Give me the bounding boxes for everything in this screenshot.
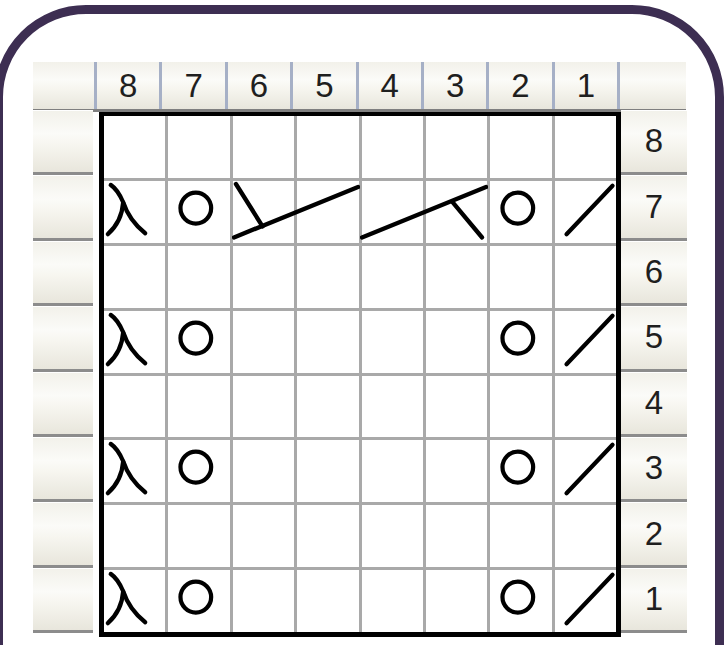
chart-cell-r3c5[interactable] <box>297 440 358 502</box>
chart-cell-r7c2[interactable] <box>490 181 551 243</box>
chart-cell-r3c6[interactable] <box>233 440 294 502</box>
column-header-4[interactable]: 4 <box>356 62 421 109</box>
yo-symbol <box>490 311 551 373</box>
chart-cell-r7c7[interactable] <box>168 181 229 243</box>
chart-cell-r1c7[interactable] <box>168 570 229 632</box>
column-header-1[interactable]: 1 <box>552 62 617 109</box>
chart-cell-r4c4[interactable] <box>362 376 423 438</box>
chart-cell-r2c1[interactable] <box>555 505 616 567</box>
chart-cell-r8c2[interactable] <box>490 116 551 178</box>
k2tog-symbol <box>555 440 616 502</box>
chart-cell-r3c7[interactable] <box>168 440 229 502</box>
chart-cell-r5c1[interactable] <box>555 311 616 373</box>
sk2p-symbol <box>104 440 165 502</box>
chart-cell-r8c7[interactable] <box>168 116 229 178</box>
sk2p-symbol <box>104 181 165 243</box>
right-twist-symbol[interactable] <box>232 181 360 246</box>
column-header-2[interactable]: 2 <box>486 62 551 109</box>
row-stub-1[interactable] <box>33 568 93 633</box>
column-header-5[interactable]: 5 <box>290 62 355 109</box>
column-header-6[interactable]: 6 <box>225 62 290 109</box>
row-header-4[interactable]: 4 <box>621 372 687 437</box>
k2tog-symbol <box>555 311 616 373</box>
chart-cell-r6c2[interactable] <box>490 246 551 308</box>
row-stub-2[interactable] <box>33 502 93 567</box>
row-header-6[interactable]: 6 <box>621 241 687 306</box>
chart-cell-r4c3[interactable] <box>426 376 487 438</box>
left-twist-symbol[interactable] <box>360 181 488 246</box>
chart-cell-r2c5[interactable] <box>297 505 358 567</box>
column-header-7[interactable]: 7 <box>159 62 224 109</box>
chart-cell-r4c5[interactable] <box>297 376 358 438</box>
chart-cell-r7c1[interactable] <box>555 181 616 243</box>
chart-cell-r1c4[interactable] <box>362 570 423 632</box>
chart-cell-r2c6[interactable] <box>233 505 294 567</box>
k2tog-symbol <box>555 570 616 632</box>
yo-symbol <box>490 440 551 502</box>
chart-cell-r2c4[interactable] <box>362 505 423 567</box>
chart-cell-r4c2[interactable] <box>490 376 551 438</box>
row-header-5[interactable]: 5 <box>621 306 687 371</box>
yo-symbol <box>168 181 229 243</box>
chart-cell-r5c3[interactable] <box>426 311 487 373</box>
row-stub-4[interactable] <box>33 372 93 437</box>
chart-cell-r6c1[interactable] <box>555 246 616 308</box>
chart-cell-r7c8[interactable] <box>104 181 165 243</box>
chart-cell-r5c5[interactable] <box>297 311 358 373</box>
chart-cell-r1c8[interactable] <box>104 570 165 632</box>
row-header-2[interactable]: 2 <box>621 502 687 567</box>
chart-cell-r4c1[interactable] <box>555 376 616 438</box>
chart-cell-r4c7[interactable] <box>168 376 229 438</box>
chart-cell-r8c5[interactable] <box>297 116 358 178</box>
chart-cell-r6c4[interactable] <box>362 246 423 308</box>
chart-cell-r6c6[interactable] <box>233 246 294 308</box>
k2tog-symbol <box>555 181 616 243</box>
row-header-8[interactable]: 8 <box>621 110 687 175</box>
row-stub-8[interactable] <box>33 110 93 175</box>
column-header-left-stub[interactable] <box>33 62 94 109</box>
chart-cell-r1c6[interactable] <box>233 570 294 632</box>
chart-cell-r8c3[interactable] <box>426 116 487 178</box>
chart-cell-r3c3[interactable] <box>426 440 487 502</box>
column-header-8[interactable]: 8 <box>94 62 159 109</box>
yo-symbol <box>168 570 229 632</box>
row-number-column: 87654321 <box>621 110 687 633</box>
row-header-1[interactable]: 1 <box>621 568 687 633</box>
sk2p-symbol <box>104 570 165 632</box>
chart-cell-r8c1[interactable] <box>555 116 616 178</box>
chart-cell-r1c3[interactable] <box>426 570 487 632</box>
chart-cell-r5c2[interactable] <box>490 311 551 373</box>
chart-cell-r4c8[interactable] <box>104 376 165 438</box>
chart-cell-r3c1[interactable] <box>555 440 616 502</box>
column-header-right-stub[interactable] <box>617 62 686 109</box>
chart-cell-r1c2[interactable] <box>490 570 551 632</box>
chart-cell-r8c8[interactable] <box>104 116 165 178</box>
chart-cell-r2c3[interactable] <box>426 505 487 567</box>
chart-cell-r3c2[interactable] <box>490 440 551 502</box>
yo-symbol <box>168 440 229 502</box>
left-row-stub-column <box>33 110 93 633</box>
chart-cell-r6c5[interactable] <box>297 246 358 308</box>
chart-cell-r5c6[interactable] <box>233 311 294 373</box>
chart-cell-r8c6[interactable] <box>233 116 294 178</box>
chart-cell-r2c8[interactable] <box>104 505 165 567</box>
chart-cell-r6c7[interactable] <box>168 246 229 308</box>
chart-cell-r3c8[interactable] <box>104 440 165 502</box>
chart-cell-r5c4[interactable] <box>362 311 423 373</box>
column-header-row: 87654321 <box>33 62 686 112</box>
yo-symbol <box>490 181 551 243</box>
chart-cell-r1c1[interactable] <box>555 570 616 632</box>
chart-cell-r2c7[interactable] <box>168 505 229 567</box>
chart-cell-r8c4[interactable] <box>362 116 423 178</box>
row-stub-3[interactable] <box>33 437 93 502</box>
yo-symbol <box>490 570 551 632</box>
chart-cell-r4c6[interactable] <box>233 376 294 438</box>
chart-cell-r2c2[interactable] <box>490 505 551 567</box>
chart-cell-r5c7[interactable] <box>168 311 229 373</box>
yo-symbol <box>168 311 229 373</box>
chart-cell-r5c8[interactable] <box>104 311 165 373</box>
chart-cell-r3c4[interactable] <box>362 440 423 502</box>
row-header-3[interactable]: 3 <box>621 437 687 502</box>
row-stub-5[interactable] <box>33 306 93 371</box>
row-stub-6[interactable] <box>33 241 93 306</box>
chart-cell-r6c8[interactable] <box>104 246 165 308</box>
chart-cell-r1c5[interactable] <box>297 570 358 632</box>
column-header-3[interactable]: 3 <box>421 62 486 109</box>
chart-cell-r6c3[interactable] <box>426 246 487 308</box>
sk2p-symbol <box>104 311 165 373</box>
row-header-7[interactable]: 7 <box>621 175 687 240</box>
row-stub-7[interactable] <box>33 175 93 240</box>
chart-window: 87654321 87654321 <box>0 0 726 645</box>
chart-grid <box>99 111 621 637</box>
